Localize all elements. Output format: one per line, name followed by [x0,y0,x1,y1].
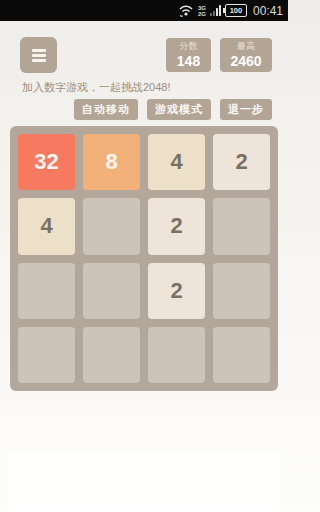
tile: 4 [148,134,205,190]
empty-cell [18,263,75,319]
toolbar: 自动移动 游戏模式 退一步 [74,99,272,120]
empty-cell [83,263,140,319]
score-box: 分数 148 [166,38,211,72]
tile: 4 [18,198,75,254]
tile: 2 [213,134,270,190]
status-clock: 00:41 [253,4,283,18]
battery-icon: 100 [225,4,247,17]
promo-text: 加入数字游戏，一起挑战2048! [22,80,171,95]
game-mode-button[interactable]: 游戏模式 [147,99,211,120]
tile: 32 [18,134,75,190]
tile: 2 [148,198,205,254]
game-board[interactable]: 32842422 [10,126,278,391]
tile: 2 [148,263,205,319]
battery-level: 100 [230,6,243,15]
menu-button[interactable] [20,37,57,73]
empty-cell [148,327,205,383]
empty-cell [83,327,140,383]
score-value: 148 [177,54,200,68]
best-score-box: 最高 2460 [220,38,272,72]
signal-bars-icon [210,5,221,16]
empty-cell [18,327,75,383]
tile: 8 [83,134,140,190]
network-type-badges: 3G 2G [198,5,206,17]
hamburger-icon [32,49,46,62]
empty-cell [213,327,270,383]
score-label: 分数 [180,42,198,51]
empty-cell [83,198,140,254]
best-label: 最高 [237,42,255,51]
empty-cell [213,198,270,254]
auto-move-button[interactable]: 自动移动 [74,99,138,120]
wifi-icon [178,4,194,17]
status-bar: 3G 2G 100 00:41 [0,0,288,21]
best-value: 2460 [230,54,261,68]
undo-button[interactable]: 退一步 [220,99,272,120]
ad-placeholder [8,451,280,512]
empty-cell [213,263,270,319]
